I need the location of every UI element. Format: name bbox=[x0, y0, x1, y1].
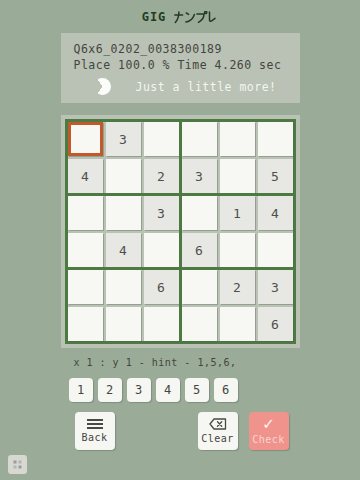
grid-cell-r1c6[interactable] bbox=[258, 122, 293, 156]
grid-cell-r5c1[interactable] bbox=[68, 270, 103, 304]
box-separator-horizontal-1 bbox=[68, 193, 293, 196]
grid-cell-r5c5[interactable]: 2 bbox=[220, 270, 255, 304]
logo-katakana-nanpure bbox=[174, 11, 218, 24]
grid-cell-r3c4[interactable] bbox=[182, 196, 217, 230]
info-panel: Q6x6_0202_0038300189 Place 100.0 % Time … bbox=[61, 33, 300, 103]
grid-cell-r1c1[interactable] bbox=[68, 122, 103, 156]
menu-icon bbox=[87, 419, 103, 429]
grid-cell-r6c5[interactable] bbox=[220, 307, 255, 341]
grid-cell-r4c2[interactable]: 4 bbox=[106, 233, 141, 267]
clear-button[interactable]: Clear bbox=[198, 412, 238, 450]
grid-cell-r4c5[interactable] bbox=[220, 233, 255, 267]
check-button[interactable]: ✓ Check bbox=[249, 412, 289, 450]
grid-cell-r2c5[interactable] bbox=[220, 159, 255, 193]
back-label: Back bbox=[81, 432, 107, 443]
stats-line: Place 100.0 % Time 4.260 sec bbox=[74, 57, 294, 73]
numpad-button-1[interactable]: 1 bbox=[69, 378, 93, 402]
grid-cell-r2c1[interactable]: 4 bbox=[68, 159, 103, 193]
message-row: Just a little more! bbox=[74, 77, 294, 96]
grid-cell-r3c6[interactable]: 4 bbox=[258, 196, 293, 230]
grid-cell-r3c1[interactable] bbox=[68, 196, 103, 230]
grid-cell-r1c5[interactable] bbox=[220, 122, 255, 156]
check-label: Check bbox=[252, 434, 285, 445]
box-separator-horizontal-2 bbox=[68, 267, 293, 270]
grid-cell-r6c3[interactable] bbox=[144, 307, 179, 341]
numpad-button-4[interactable]: 4 bbox=[156, 378, 180, 402]
grid-cell-r2c6[interactable]: 5 bbox=[258, 159, 293, 193]
box-separator-vertical bbox=[179, 122, 182, 341]
numpad-button-2[interactable]: 2 bbox=[98, 378, 122, 402]
grid-cell-r2c3[interactable]: 2 bbox=[144, 159, 179, 193]
action-bar: Back Clear ✓ Check bbox=[61, 412, 300, 450]
grid-cell-r4c6[interactable] bbox=[258, 233, 293, 267]
grid-cell-r4c1[interactable] bbox=[68, 233, 103, 267]
grid-cell-r3c3[interactable]: 3 bbox=[144, 196, 179, 230]
grid-cell-r1c4[interactable] bbox=[182, 122, 217, 156]
grid-cell-r4c3[interactable] bbox=[144, 233, 179, 267]
encourage-message: Just a little more! bbox=[136, 80, 277, 94]
back-button[interactable]: Back bbox=[75, 412, 115, 450]
grid-cell-r6c2[interactable] bbox=[106, 307, 141, 341]
grid-cell-r6c6[interactable]: 6 bbox=[258, 307, 293, 341]
grid-cell-r2c4[interactable]: 3 bbox=[182, 159, 217, 193]
numpad-button-5[interactable]: 5 bbox=[185, 378, 209, 402]
grid-cell-r5c6[interactable]: 3 bbox=[258, 270, 293, 304]
logo-latin-text: GIG bbox=[142, 9, 167, 25]
grid-cell-r5c3[interactable]: 6 bbox=[144, 270, 179, 304]
corner-widget-icon bbox=[13, 460, 22, 469]
grid-cell-r6c4[interactable] bbox=[182, 307, 217, 341]
grid-cell-r6c1[interactable] bbox=[68, 307, 103, 341]
grid-cell-r3c5[interactable]: 1 bbox=[220, 196, 255, 230]
hint-text: x 1 : y 1 - hint - 1,5,6, bbox=[61, 357, 300, 368]
corner-widget-button[interactable] bbox=[8, 455, 27, 474]
grid-cell-r2c2[interactable] bbox=[106, 159, 141, 193]
grid-cell-r5c2[interactable] bbox=[106, 270, 141, 304]
sudoku-grid: 34235314466236 bbox=[65, 119, 296, 344]
pie-timer-icon bbox=[94, 78, 111, 95]
numpad-button-6[interactable]: 6 bbox=[214, 378, 238, 402]
grid-cell-r1c2[interactable]: 3 bbox=[106, 122, 141, 156]
check-icon: ✓ bbox=[262, 417, 275, 431]
grid-cell-r4c4[interactable]: 6 bbox=[182, 233, 217, 267]
numpad: 123456 bbox=[61, 378, 300, 402]
clear-label: Clear bbox=[201, 433, 234, 444]
grid-cell-r3c2[interactable] bbox=[106, 196, 141, 230]
backspace-icon bbox=[209, 418, 227, 430]
puzzle-id: Q6x6_0202_0038300189 bbox=[74, 41, 294, 57]
grid-cell-r5c4[interactable] bbox=[182, 270, 217, 304]
app-logo: GIG bbox=[0, 9, 360, 25]
grid-cell-r1c3[interactable] bbox=[144, 122, 179, 156]
board-panel: 34235314466236 bbox=[61, 115, 300, 348]
numpad-button-3[interactable]: 3 bbox=[127, 378, 151, 402]
